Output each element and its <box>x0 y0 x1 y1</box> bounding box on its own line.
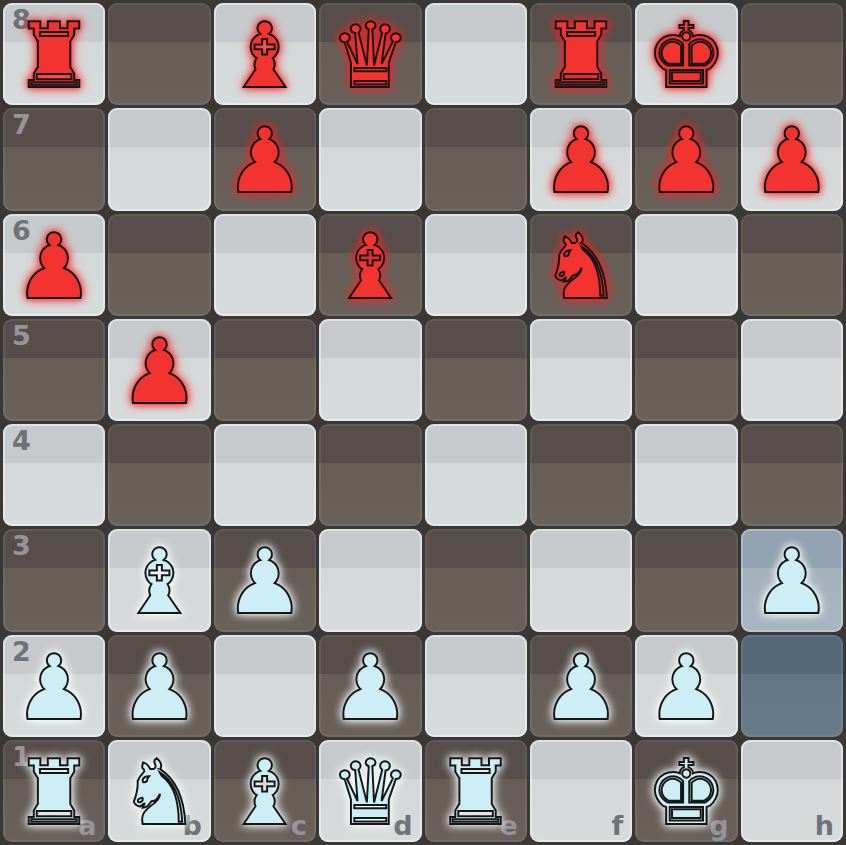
square-c4[interactable] <box>214 424 316 526</box>
square-d5[interactable] <box>319 319 421 421</box>
square-e3[interactable] <box>425 529 527 631</box>
square-a1[interactable]: 1a♜ <box>3 740 105 842</box>
piece-red-pawn[interactable]: ♟ <box>225 116 306 206</box>
square-e7[interactable] <box>425 108 527 210</box>
square-f3[interactable] <box>530 529 632 631</box>
square-c3[interactable]: ♟ <box>214 529 316 631</box>
square-f4[interactable] <box>530 424 632 526</box>
piece-white-pawn[interactable]: ♟ <box>646 643 727 733</box>
square-e2[interactable] <box>425 635 527 737</box>
square-e6[interactable] <box>425 214 527 316</box>
piece-white-pawn[interactable]: ♟ <box>751 537 832 627</box>
rank-label-7: 7 <box>12 111 31 138</box>
square-d8[interactable]: ♛ <box>319 3 421 105</box>
square-f8[interactable]: ♜ <box>530 3 632 105</box>
piece-white-pawn[interactable]: ♟ <box>330 643 411 733</box>
square-f2[interactable]: ♟ <box>530 635 632 737</box>
square-e1[interactable]: e♜ <box>425 740 527 842</box>
piece-white-king[interactable]: ♚ <box>646 748 727 838</box>
piece-red-pawn[interactable]: ♟ <box>541 116 622 206</box>
piece-red-pawn[interactable]: ♟ <box>119 327 200 417</box>
square-d4[interactable] <box>319 424 421 526</box>
square-f1[interactable]: f <box>530 740 632 842</box>
piece-red-king[interactable]: ♚ <box>646 11 727 101</box>
square-g5[interactable] <box>635 319 737 421</box>
square-b1[interactable]: b♞ <box>108 740 210 842</box>
square-a2[interactable]: 2♟ <box>3 635 105 737</box>
square-a7[interactable]: 7 <box>3 108 105 210</box>
square-h6[interactable] <box>741 214 843 316</box>
rank-label-5: 5 <box>12 322 31 349</box>
square-c2[interactable] <box>214 635 316 737</box>
square-h1[interactable]: h <box>741 740 843 842</box>
piece-white-rook[interactable]: ♜ <box>14 748 95 838</box>
square-h8[interactable] <box>741 3 843 105</box>
square-h7[interactable]: ♟ <box>741 108 843 210</box>
piece-red-bishop[interactable]: ♝ <box>330 222 411 312</box>
piece-white-pawn[interactable]: ♟ <box>14 643 95 733</box>
piece-white-rook[interactable]: ♜ <box>435 748 516 838</box>
piece-red-pawn[interactable]: ♟ <box>751 116 832 206</box>
square-d7[interactable] <box>319 108 421 210</box>
square-g6[interactable] <box>635 214 737 316</box>
square-a3[interactable]: 3 <box>3 529 105 631</box>
square-g2[interactable]: ♟ <box>635 635 737 737</box>
piece-red-bishop[interactable]: ♝ <box>225 11 306 101</box>
piece-white-pawn[interactable]: ♟ <box>225 537 306 627</box>
piece-red-pawn[interactable]: ♟ <box>646 116 727 206</box>
square-g3[interactable] <box>635 529 737 631</box>
square-g7[interactable]: ♟ <box>635 108 737 210</box>
square-a6[interactable]: 6♟ <box>3 214 105 316</box>
piece-red-rook[interactable]: ♜ <box>541 11 622 101</box>
rank-label-3: 3 <box>12 532 31 559</box>
square-c5[interactable] <box>214 319 316 421</box>
square-h4[interactable] <box>741 424 843 526</box>
square-h2[interactable] <box>741 635 843 737</box>
square-b7[interactable] <box>108 108 210 210</box>
square-d3[interactable] <box>319 529 421 631</box>
square-f5[interactable] <box>530 319 632 421</box>
square-e4[interactable] <box>425 424 527 526</box>
square-a5[interactable]: 5 <box>3 319 105 421</box>
piece-white-knight[interactable]: ♞ <box>119 748 200 838</box>
piece-white-pawn[interactable]: ♟ <box>119 643 200 733</box>
square-b6[interactable] <box>108 214 210 316</box>
square-d1[interactable]: d♛ <box>319 740 421 842</box>
square-c6[interactable] <box>214 214 316 316</box>
chess-board: 8♜♝♛♜♚7♟♟♟♟6♟♝♞5♟43♝♟♟2♟♟♟♟♟1a♜b♞c♝d♛e♜f… <box>0 0 846 845</box>
square-f7[interactable]: ♟ <box>530 108 632 210</box>
rank-label-4: 4 <box>12 427 31 454</box>
square-h5[interactable] <box>741 319 843 421</box>
square-c8[interactable]: ♝ <box>214 3 316 105</box>
square-f6[interactable]: ♞ <box>530 214 632 316</box>
piece-white-bishop[interactable]: ♝ <box>225 748 306 838</box>
file-label-h: h <box>815 812 834 839</box>
square-g4[interactable] <box>635 424 737 526</box>
square-b8[interactable] <box>108 3 210 105</box>
square-a8[interactable]: 8♜ <box>3 3 105 105</box>
square-e5[interactable] <box>425 319 527 421</box>
square-e8[interactable] <box>425 3 527 105</box>
square-g1[interactable]: g♚ <box>635 740 737 842</box>
square-b2[interactable]: ♟ <box>108 635 210 737</box>
square-c1[interactable]: c♝ <box>214 740 316 842</box>
piece-red-pawn[interactable]: ♟ <box>14 222 95 312</box>
piece-white-pawn[interactable]: ♟ <box>541 643 622 733</box>
square-d2[interactable]: ♟ <box>319 635 421 737</box>
square-b4[interactable] <box>108 424 210 526</box>
piece-red-knight[interactable]: ♞ <box>541 222 622 312</box>
square-b5[interactable]: ♟ <box>108 319 210 421</box>
square-a4[interactable]: 4 <box>3 424 105 526</box>
piece-red-rook[interactable]: ♜ <box>14 11 95 101</box>
square-b3[interactable]: ♝ <box>108 529 210 631</box>
square-h3[interactable]: ♟ <box>741 529 843 631</box>
file-label-f: f <box>612 812 624 839</box>
square-c7[interactable]: ♟ <box>214 108 316 210</box>
piece-white-bishop[interactable]: ♝ <box>119 537 200 627</box>
piece-red-queen[interactable]: ♛ <box>330 11 411 101</box>
square-g8[interactable]: ♚ <box>635 3 737 105</box>
square-d6[interactable]: ♝ <box>319 214 421 316</box>
piece-white-queen[interactable]: ♛ <box>330 748 411 838</box>
